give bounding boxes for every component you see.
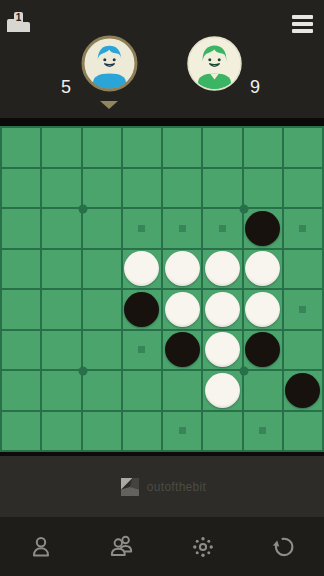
bottom-toolbar [0,517,324,576]
podium-bar-3rd [23,22,30,32]
legal-move-hint [299,306,306,313]
cell-f3[interactable] [203,209,243,250]
hamburger-menu-icon[interactable] [292,15,313,33]
cell-b6 [42,331,82,372]
green-player-avatar[interactable] [186,35,243,92]
cell-c1 [83,128,123,169]
cell-f2 [203,169,243,210]
cell-h4 [284,250,324,291]
podium-bar-2nd [7,19,14,32]
cell-d2 [123,169,163,210]
star-point [239,205,248,214]
cell-e2 [163,169,203,210]
blue-player-avatar[interactable] [81,35,138,92]
cell-e6 [163,331,203,372]
cell-d6[interactable] [123,331,163,372]
settings-button[interactable] [183,527,223,567]
legal-move-hint [138,346,145,353]
cell-c8 [83,412,123,453]
cell-e3[interactable] [163,209,203,250]
legal-move-hint [259,427,266,434]
white-disc [205,292,240,327]
cell-d5 [123,290,163,331]
cell-c2 [83,169,123,210]
cell-b8 [42,412,82,453]
cell-a1 [2,128,42,169]
black-disc [165,332,200,367]
othello-board[interactable] [0,126,324,452]
cell-g6 [244,331,284,372]
legal-move-hint [299,225,306,232]
legal-move-hint [219,225,226,232]
star-point [239,367,248,376]
restart-icon [271,534,297,560]
cell-b7 [42,371,82,412]
cell-b4 [42,250,82,291]
cell-g1 [244,128,284,169]
cell-a4 [2,250,42,291]
top-bar: 1 5 [0,0,324,118]
publisher-logo-band: outofthebit [0,456,324,517]
white-disc [245,251,280,286]
cell-d1 [123,128,163,169]
star-point [78,205,87,214]
cell-e1 [163,128,203,169]
cell-g8[interactable] [244,412,284,453]
leaderboard-podium-icon[interactable]: 1 [7,12,30,32]
cell-f6 [203,331,243,372]
cell-g2 [244,169,284,210]
star-point [78,367,87,376]
cell-h8 [284,412,324,453]
cell-g7 [244,371,284,412]
cell-b2 [42,169,82,210]
cell-g3 [244,209,284,250]
legal-move-hint [179,225,186,232]
cell-c7 [83,371,123,412]
black-disc [124,292,159,327]
cell-a7 [2,371,42,412]
cell-g5 [244,290,284,331]
outofthebit-logo-icon [118,475,142,499]
cell-h3[interactable] [284,209,324,250]
publisher-logo-text: outofthebit [147,480,206,494]
white-disc [124,251,159,286]
legal-move-hint [138,225,145,232]
white-disc [205,332,240,367]
white-disc [245,292,280,327]
multiplayer-icon [108,533,135,560]
cell-h1 [284,128,324,169]
black-disc [245,332,280,367]
cell-b1 [42,128,82,169]
legal-move-hint [179,427,186,434]
cell-b5 [42,290,82,331]
cell-d7 [123,371,163,412]
white-player-score: 9 [242,77,268,98]
cell-a6 [2,331,42,372]
settings-icon [190,534,216,560]
board-top-shadow [0,118,324,126]
cell-h5[interactable] [284,290,324,331]
cell-f5 [203,290,243,331]
cell-c3 [83,209,123,250]
black-disc [245,211,280,246]
cell-h7 [284,371,324,412]
cell-c5 [83,290,123,331]
black-player-score: 5 [53,77,79,98]
white-disc [205,373,240,408]
multiplayer-button[interactable] [102,527,142,567]
white-disc [165,292,200,327]
single-player-icon [28,534,54,560]
restart-button[interactable] [264,527,304,567]
cell-e8[interactable] [163,412,203,453]
cell-c6 [83,331,123,372]
white-disc [205,251,240,286]
cell-e7 [163,371,203,412]
turn-indicator-triangle [100,101,118,109]
cell-c4 [83,250,123,291]
cell-a8 [2,412,42,453]
cell-e5 [163,290,203,331]
cell-f4 [203,250,243,291]
cell-d8 [123,412,163,453]
cell-f8 [203,412,243,453]
podium-bar-1st: 1 [14,12,23,32]
cell-g4 [244,250,284,291]
cell-f1 [203,128,243,169]
cell-h2 [284,169,324,210]
cell-d3[interactable] [123,209,163,250]
black-disc [285,373,320,408]
cell-a3 [2,209,42,250]
cell-h6 [284,331,324,372]
cell-f7 [203,371,243,412]
white-disc [165,251,200,286]
cell-a5 [2,290,42,331]
cell-d4 [123,250,163,291]
single-player-button[interactable] [21,527,61,567]
cell-a2 [2,169,42,210]
cell-e4 [163,250,203,291]
cell-b3 [42,209,82,250]
